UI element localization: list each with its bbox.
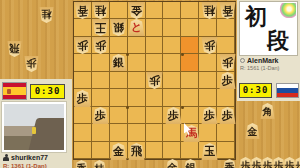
board-square-6c[interactable] bbox=[128, 37, 146, 54]
left-player-name-row: shuriken77 bbox=[3, 153, 48, 162]
left-player-clock: 0:30 bbox=[30, 84, 65, 99]
board-square-9h[interactable] bbox=[74, 124, 92, 141]
board-square-3i[interactable] bbox=[181, 142, 199, 159]
shogi-piece-sente-銀-hand[interactable]: 銀 bbox=[183, 159, 198, 168]
right-player-name-row: AlenMark bbox=[240, 57, 279, 64]
shogi-piece-sente-桂-hand[interactable]: 桂 bbox=[92, 160, 107, 168]
player-status-circle-icon bbox=[240, 58, 245, 63]
board-square-3a[interactable] bbox=[181, 2, 199, 19]
board-square-2f[interactable] bbox=[199, 89, 217, 106]
board-square-2h[interactable] bbox=[199, 124, 217, 141]
spain-flag-emblem bbox=[7, 89, 11, 94]
board-square-2d[interactable] bbox=[199, 54, 217, 71]
rank-card-kanji-1: 初 bbox=[245, 2, 267, 32]
shogi-piece-gote-飛-hand[interactable]: 飛 bbox=[7, 41, 22, 57]
hoshi-dot bbox=[181, 106, 184, 109]
board-square-3d[interactable] bbox=[181, 54, 199, 71]
board-square-6f[interactable] bbox=[128, 89, 146, 106]
board-square-3c[interactable] bbox=[181, 37, 199, 54]
board-square-7f[interactable] bbox=[110, 89, 128, 106]
board-square-4a[interactable] bbox=[163, 2, 181, 19]
board-square-3g[interactable] bbox=[181, 107, 199, 124]
person-icon bbox=[3, 154, 9, 161]
board-square-6g[interactable] bbox=[128, 107, 146, 124]
left-player-rating: R: 1361 (1-Dan) bbox=[3, 163, 47, 168]
board-square-5b[interactable] bbox=[146, 19, 164, 36]
board-square-1f[interactable] bbox=[217, 89, 235, 106]
hoshi-dot bbox=[126, 106, 129, 109]
shogi-piece-gote-桂-hand[interactable]: 桂 bbox=[39, 7, 54, 23]
board-square-5a[interactable] bbox=[146, 2, 164, 19]
board-square-7h[interactable] bbox=[110, 124, 128, 141]
board-square-5f[interactable] bbox=[146, 89, 164, 106]
webcam-person bbox=[32, 127, 36, 134]
board-square-1c[interactable] bbox=[217, 37, 235, 54]
board-square-1h[interactable] bbox=[217, 124, 235, 141]
board-square-5g[interactable] bbox=[146, 107, 164, 124]
board-square-2e[interactable] bbox=[199, 72, 217, 89]
shogi-piece-sente-角-hand[interactable]: 角 bbox=[260, 103, 275, 119]
hoshi-dot bbox=[181, 53, 184, 56]
board-square-1i[interactable] bbox=[217, 142, 235, 159]
board-square-8h[interactable] bbox=[92, 124, 110, 141]
right-player-rating: R: 1561 (1-Dan) bbox=[240, 65, 279, 71]
rank-card-sparkle-icon bbox=[279, 3, 296, 18]
board-square-4f[interactable] bbox=[163, 89, 181, 106]
board-square-8i[interactable] bbox=[92, 142, 110, 159]
board-square-7e[interactable] bbox=[110, 72, 128, 89]
board-square-7a[interactable] bbox=[110, 2, 128, 19]
right-player-name: AlenMark bbox=[247, 57, 279, 64]
board-square-9d[interactable] bbox=[74, 54, 92, 71]
board-square-3b[interactable] bbox=[181, 19, 199, 36]
board-square-4e[interactable] bbox=[163, 72, 181, 89]
shogi-app-window: 0:30 shuriken77 R: 1361 (1-Dan) 初 段 Alen… bbox=[0, 0, 300, 168]
rank-card-kanji-2: 段 bbox=[267, 26, 289, 56]
board-square-5h[interactable] bbox=[146, 124, 164, 141]
board-square-8d[interactable] bbox=[92, 54, 110, 71]
board-square-9b[interactable] bbox=[74, 19, 92, 36]
shogi-piece-sente-金-hand[interactable]: 金 bbox=[245, 123, 260, 139]
left-player-webcam bbox=[2, 102, 66, 152]
rank-card: 初 段 bbox=[240, 2, 297, 55]
shogi-piece-sente-香-hand[interactable]: 香 bbox=[74, 160, 89, 168]
board-square-3f[interactable] bbox=[181, 89, 199, 106]
shogi-piece-gote-歩-hand[interactable]: 歩 bbox=[24, 56, 39, 72]
board-square-9e[interactable] bbox=[74, 72, 92, 89]
board-square-6h[interactable] bbox=[128, 124, 146, 141]
spain-flag-icon bbox=[3, 83, 26, 99]
shogi-piece-sente-金-hand[interactable]: 金 bbox=[165, 159, 180, 168]
board-square-6d[interactable] bbox=[128, 54, 146, 71]
webcam-scene bbox=[4, 104, 64, 150]
board-square-1b[interactable] bbox=[217, 19, 235, 36]
board-square-9i[interactable] bbox=[74, 142, 92, 159]
board-square-5i[interactable] bbox=[146, 142, 164, 159]
board-square-5c[interactable] bbox=[146, 37, 164, 54]
board-square-8e[interactable] bbox=[92, 72, 110, 89]
board-square-4b[interactable] bbox=[163, 19, 181, 36]
board-square-4i[interactable] bbox=[163, 142, 181, 159]
board-square-4h[interactable] bbox=[163, 124, 181, 141]
board-square-9g[interactable] bbox=[74, 107, 92, 124]
board-square-8f[interactable] bbox=[92, 89, 110, 106]
shogi-piece-sente-香-hand[interactable]: 香 bbox=[222, 159, 237, 168]
hoshi-dot bbox=[126, 53, 129, 56]
board-square-4d[interactable] bbox=[163, 54, 181, 71]
board-square-3e[interactable] bbox=[181, 72, 199, 89]
board-square-4c[interactable] bbox=[163, 37, 181, 54]
board-square-7c[interactable] bbox=[110, 37, 128, 54]
board-square-6e[interactable] bbox=[128, 72, 146, 89]
russia-flag-icon bbox=[277, 84, 298, 97]
board-square-7g[interactable] bbox=[110, 107, 128, 124]
left-player-name: shuriken77 bbox=[11, 154, 48, 161]
right-player-clock: 0:30 bbox=[239, 83, 272, 98]
board-square-5d[interactable] bbox=[146, 54, 164, 71]
board-square-2b[interactable] bbox=[199, 19, 217, 36]
